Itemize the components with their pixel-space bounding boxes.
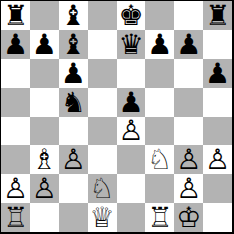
piece-black-queen: ♛ [117,30,146,59]
square-g4[interactable] [174,117,203,146]
square-g6[interactable] [174,59,203,88]
square-d5[interactable] [88,88,117,117]
square-e3[interactable] [117,145,146,174]
square-c5[interactable]: ♞ [59,88,88,117]
square-e6[interactable] [117,59,146,88]
square-b1[interactable] [30,203,59,232]
square-b3[interactable]: ♗ [30,145,59,174]
piece-white-pawn: ♙ [174,145,203,174]
square-d7[interactable] [88,30,117,59]
square-c4[interactable] [59,117,88,146]
piece-white-rook: ♖ [145,203,174,232]
square-h1[interactable] [203,203,232,232]
square-f6[interactable] [145,59,174,88]
piece-black-pawn: ♟ [30,30,59,59]
square-f2[interactable] [145,174,174,203]
piece-black-knight: ♞ [59,88,88,117]
piece-black-pawn: ♟ [1,30,30,59]
square-g5[interactable] [174,88,203,117]
square-b4[interactable] [30,117,59,146]
piece-black-pawn: ♟ [174,30,203,59]
square-h5[interactable] [203,88,232,117]
piece-black-rook: ♜ [203,1,232,30]
square-a5[interactable] [1,88,30,117]
piece-white-bishop: ♗ [30,145,59,174]
piece-white-pawn: ♙ [203,145,232,174]
square-b5[interactable] [30,88,59,117]
square-b2[interactable]: ♙ [30,174,59,203]
piece-black-pawn: ♟ [145,30,174,59]
square-a2[interactable]: ♙ [1,174,30,203]
square-h3[interactable]: ♙ [203,145,232,174]
square-a4[interactable] [1,117,30,146]
square-d6[interactable] [88,59,117,88]
square-f7[interactable]: ♟ [145,30,174,59]
square-e7[interactable]: ♛ [117,30,146,59]
piece-white-knight: ♘ [145,145,174,174]
square-a7[interactable]: ♟ [1,30,30,59]
square-d4[interactable] [88,117,117,146]
square-h4[interactable] [203,117,232,146]
square-b7[interactable]: ♟ [30,30,59,59]
piece-white-pawn: ♙ [30,174,59,203]
piece-black-rook: ♜ [1,1,30,30]
piece-black-bishop: ♝ [59,30,88,59]
square-f8[interactable] [145,1,174,30]
square-f3[interactable]: ♘ [145,145,174,174]
square-f5[interactable] [145,88,174,117]
square-f1[interactable]: ♖ [145,203,174,232]
square-e1[interactable] [117,203,146,232]
square-g2[interactable]: ♙ [174,174,203,203]
square-g1[interactable]: ♔ [174,203,203,232]
chess-board: ♜♝♚♜♟♟♝♛♟♟♟♟♞♟♙♗♙♘♙♙♙♙♘♙♖♕♖♔ [1,1,232,232]
square-h2[interactable] [203,174,232,203]
piece-white-king: ♔ [174,203,203,232]
square-a3[interactable] [1,145,30,174]
square-h7[interactable] [203,30,232,59]
square-g3[interactable]: ♙ [174,145,203,174]
square-g8[interactable] [174,1,203,30]
piece-white-pawn: ♙ [174,174,203,203]
square-g7[interactable]: ♟ [174,30,203,59]
square-a8[interactable]: ♜ [1,1,30,30]
square-h8[interactable]: ♜ [203,1,232,30]
square-c7[interactable]: ♝ [59,30,88,59]
square-d3[interactable] [88,145,117,174]
piece-white-pawn: ♙ [117,117,146,146]
square-c1[interactable] [59,203,88,232]
piece-white-pawn: ♙ [59,145,88,174]
square-f4[interactable] [145,117,174,146]
square-c8[interactable]: ♝ [59,1,88,30]
square-b8[interactable] [30,1,59,30]
square-d8[interactable] [88,1,117,30]
square-c6[interactable]: ♟ [59,59,88,88]
square-a1[interactable]: ♖ [1,203,30,232]
piece-white-queen: ♕ [88,203,117,232]
square-e2[interactable] [117,174,146,203]
square-d2[interactable]: ♘ [88,174,117,203]
chess-board-frame: ♜♝♚♜♟♟♝♛♟♟♟♟♞♟♙♗♙♘♙♙♙♙♘♙♖♕♖♔ [0,0,234,234]
square-c2[interactable] [59,174,88,203]
piece-black-pawn: ♟ [117,88,146,117]
square-h6[interactable]: ♟ [203,59,232,88]
piece-black-bishop: ♝ [59,1,88,30]
piece-white-pawn: ♙ [1,174,30,203]
piece-black-king: ♚ [117,1,146,30]
piece-black-pawn: ♟ [59,59,88,88]
square-d1[interactable]: ♕ [88,203,117,232]
square-e8[interactable]: ♚ [117,1,146,30]
piece-white-rook: ♖ [1,203,30,232]
square-e4[interactable]: ♙ [117,117,146,146]
square-a6[interactable] [1,59,30,88]
square-b6[interactable] [30,59,59,88]
square-e5[interactable]: ♟ [117,88,146,117]
square-c3[interactable]: ♙ [59,145,88,174]
piece-white-knight: ♘ [88,174,117,203]
piece-black-pawn: ♟ [203,59,232,88]
